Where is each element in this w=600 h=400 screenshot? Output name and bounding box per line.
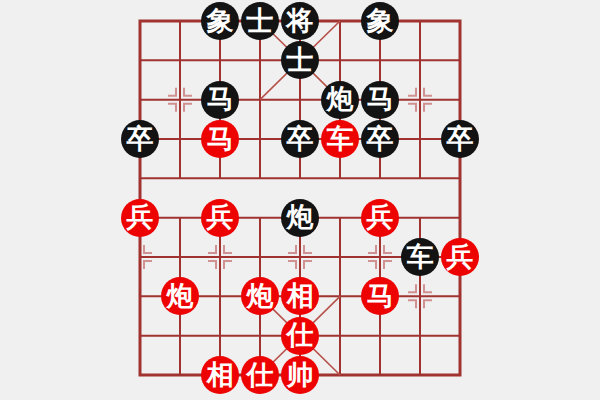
piece-red-king[interactable]: 帅: [281, 356, 319, 394]
piece-red-pawn[interactable]: 兵: [121, 199, 159, 237]
piece-red-advisor[interactable]: 仕: [281, 317, 319, 355]
piece-black-cannon[interactable]: 炮: [281, 199, 319, 237]
piece-red-cannon[interactable]: 炮: [241, 277, 279, 315]
piece-black-pawn[interactable]: 卒: [121, 120, 159, 158]
xiangqi-board-screen: 象士将象士马炮马卒马卒车卒卒兵兵炮兵车兵炮炮相马仕相仕帅: [0, 0, 600, 400]
pieces-layer: 象士将象士马炮马卒马卒车卒卒兵兵炮兵车兵炮炮相马仕相仕帅: [0, 0, 600, 400]
piece-red-horse[interactable]: 马: [201, 120, 239, 158]
piece-black-pawn[interactable]: 卒: [361, 120, 399, 158]
piece-black-advisor[interactable]: 士: [241, 2, 279, 40]
piece-red-pawn[interactable]: 兵: [441, 238, 479, 276]
piece-black-elephant[interactable]: 象: [201, 2, 239, 40]
piece-red-pawn[interactable]: 兵: [201, 199, 239, 237]
piece-red-chariot[interactable]: 车: [321, 120, 359, 158]
piece-black-king[interactable]: 将: [281, 2, 319, 40]
piece-black-elephant[interactable]: 象: [361, 2, 399, 40]
piece-red-elephant[interactable]: 相: [201, 356, 239, 394]
piece-black-chariot[interactable]: 车: [401, 238, 439, 276]
piece-red-pawn[interactable]: 兵: [361, 199, 399, 237]
piece-black-pawn[interactable]: 卒: [441, 120, 479, 158]
piece-black-pawn[interactable]: 卒: [281, 120, 319, 158]
piece-red-elephant[interactable]: 相: [281, 277, 319, 315]
piece-red-advisor[interactable]: 仕: [241, 356, 279, 394]
piece-black-advisor[interactable]: 士: [281, 41, 319, 79]
piece-black-horse[interactable]: 马: [201, 81, 239, 119]
piece-red-horse[interactable]: 马: [361, 277, 399, 315]
piece-black-horse[interactable]: 马: [361, 81, 399, 119]
piece-red-cannon[interactable]: 炮: [161, 277, 199, 315]
piece-black-cannon[interactable]: 炮: [321, 81, 359, 119]
